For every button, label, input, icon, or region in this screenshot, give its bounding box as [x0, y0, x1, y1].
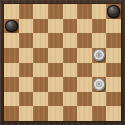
square-r0c3[interactable]: [48, 4, 63, 19]
square-r6c2: [33, 92, 48, 107]
square-r2c7[interactable]: [106, 33, 121, 48]
square-r3c7: [106, 48, 121, 63]
square-r4c5[interactable]: [77, 63, 92, 78]
board-frame: ⛂⛂⛀⛀: [0, 0, 125, 125]
square-r2c3[interactable]: [48, 33, 63, 48]
square-r6c7[interactable]: [106, 92, 121, 107]
black-piece[interactable]: ⛂: [107, 5, 120, 18]
square-r4c3[interactable]: [48, 63, 63, 78]
white-piece[interactable]: ⛀: [93, 49, 106, 62]
square-r5c4[interactable]: [63, 77, 78, 92]
square-r5c5: [77, 77, 92, 92]
square-r7c6[interactable]: [92, 106, 107, 121]
square-r5c1: [19, 77, 34, 92]
square-r6c5[interactable]: [77, 92, 92, 107]
square-r1c2[interactable]: [33, 19, 48, 34]
square-r7c5: [77, 106, 92, 121]
square-r1c1: [19, 19, 34, 34]
square-r1c4[interactable]: [63, 19, 78, 34]
square-r7c1: [19, 106, 34, 121]
square-r4c0: [4, 63, 19, 78]
square-r3c6[interactable]: ⛀: [92, 48, 107, 63]
square-r4c4: [63, 63, 78, 78]
square-r3c0[interactable]: [4, 48, 19, 63]
square-r0c0: [4, 4, 19, 19]
square-r3c1: [19, 48, 34, 63]
square-r6c0: [4, 92, 19, 107]
square-r0c1[interactable]: [19, 4, 34, 19]
square-r3c3: [48, 48, 63, 63]
square-r5c6[interactable]: ⛀: [92, 77, 107, 92]
square-r2c2: [33, 33, 48, 48]
square-r0c6: [92, 4, 107, 19]
square-r7c0[interactable]: [4, 106, 19, 121]
square-r4c2: [33, 63, 48, 78]
square-r2c5[interactable]: [77, 33, 92, 48]
square-r0c2: [33, 4, 48, 19]
square-r7c2[interactable]: [33, 106, 48, 121]
square-r6c1[interactable]: [19, 92, 34, 107]
square-r1c6[interactable]: [92, 19, 107, 34]
square-r7c3: [48, 106, 63, 121]
square-r3c5: [77, 48, 92, 63]
square-r1c0[interactable]: ⛂: [4, 19, 19, 34]
square-r6c4: [63, 92, 78, 107]
square-r5c3: [48, 77, 63, 92]
square-r1c3: [48, 19, 63, 34]
square-r4c7[interactable]: [106, 63, 121, 78]
square-r5c2[interactable]: [33, 77, 48, 92]
square-r6c6: [92, 92, 107, 107]
square-r3c2[interactable]: [33, 48, 48, 63]
square-r1c5: [77, 19, 92, 34]
square-r7c4[interactable]: [63, 106, 78, 121]
square-r2c6: [92, 33, 107, 48]
square-r7c7: [106, 106, 121, 121]
square-r2c4: [63, 33, 78, 48]
square-r2c1[interactable]: [19, 33, 34, 48]
square-r4c6: [92, 63, 107, 78]
square-r2c0: [4, 33, 19, 48]
square-r5c0[interactable]: [4, 77, 19, 92]
white-piece[interactable]: ⛀: [93, 78, 106, 91]
checkers-board: ⛂⛂⛀⛀: [4, 4, 121, 121]
square-r0c7[interactable]: ⛂: [106, 4, 121, 19]
square-r5c7: [106, 77, 121, 92]
square-r4c1[interactable]: [19, 63, 34, 78]
square-r1c7: [106, 19, 121, 34]
square-r0c5[interactable]: [77, 4, 92, 19]
black-piece[interactable]: ⛂: [5, 20, 18, 33]
square-r6c3[interactable]: [48, 92, 63, 107]
square-r0c4: [63, 4, 78, 19]
square-r3c4[interactable]: [63, 48, 78, 63]
